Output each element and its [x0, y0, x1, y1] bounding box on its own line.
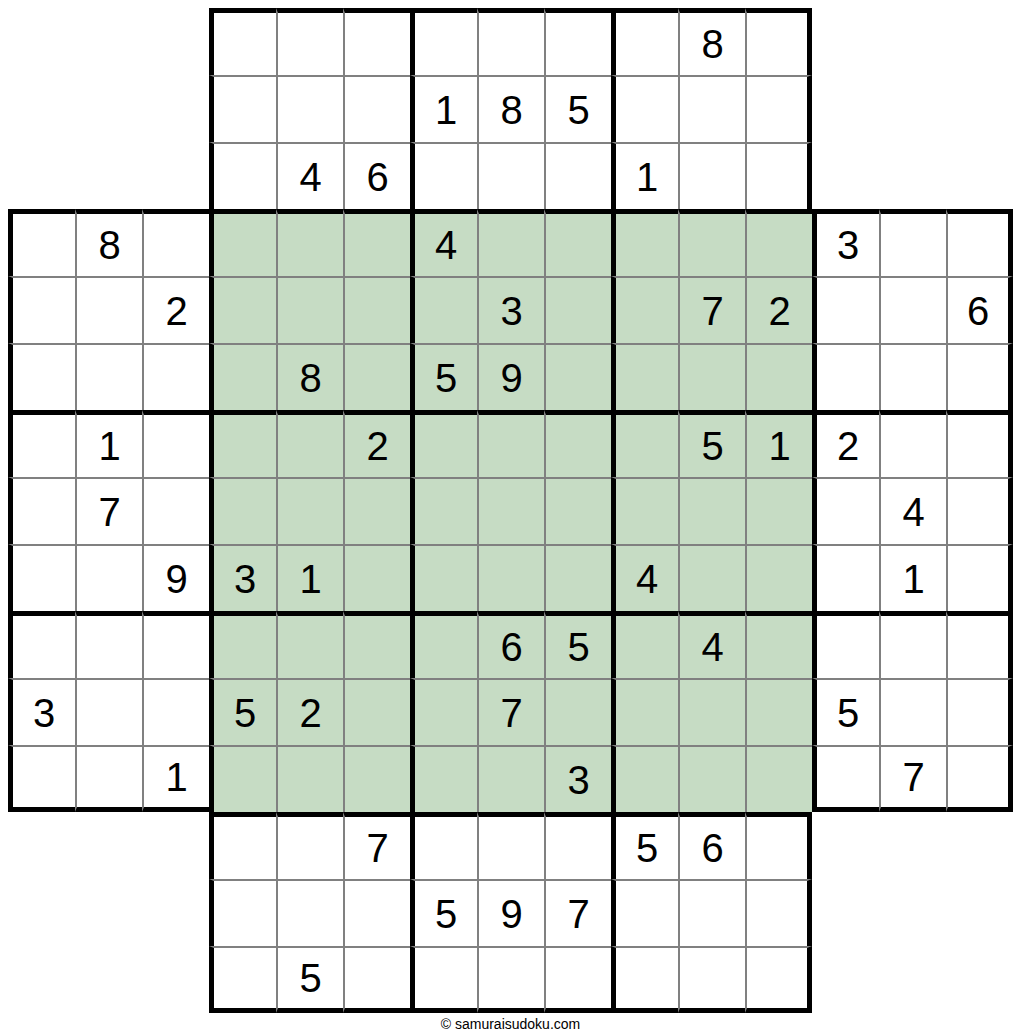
- cell-r10c3[interactable]: [142, 611, 209, 678]
- cell-r10c2[interactable]: [75, 611, 142, 678]
- cell-r14c3: [142, 879, 209, 946]
- cell-r10c7[interactable]: [410, 611, 477, 678]
- cell-r8c15[interactable]: [946, 477, 1013, 544]
- cell-r3c6[interactable]: 6: [343, 142, 410, 209]
- cell-r6c14[interactable]: [879, 343, 946, 410]
- cell-r10c11[interactable]: 4: [678, 611, 745, 678]
- given-digit: 3: [500, 291, 522, 331]
- given-digit: 4: [435, 225, 457, 265]
- cell-r2c11[interactable]: [678, 75, 745, 142]
- cell-r4c11[interactable]: [678, 209, 745, 276]
- given-digit: 1: [902, 559, 924, 599]
- cell-r4c13[interactable]: 3: [812, 209, 879, 276]
- cell-r3c15: [946, 142, 1013, 209]
- given-digit: 8: [500, 90, 522, 130]
- cell-r15c7[interactable]: [410, 946, 477, 1013]
- cell-r1c14: [879, 8, 946, 75]
- cell-r2c8[interactable]: 8: [477, 75, 544, 142]
- cell-r11c11[interactable]: [678, 678, 745, 745]
- cell-r3c4[interactable]: [209, 142, 276, 209]
- given-digit: 5: [435, 358, 457, 398]
- cell-r1c7[interactable]: [410, 8, 477, 75]
- cell-r12c15[interactable]: [946, 745, 1013, 812]
- given-digit: 6: [967, 291, 989, 331]
- cell-r1c5[interactable]: [276, 8, 343, 75]
- given-digit: 4: [299, 157, 321, 197]
- cell-r5c11[interactable]: 7: [678, 276, 745, 343]
- cell-r12c3[interactable]: 1: [142, 745, 209, 812]
- cell-r13c5[interactable]: [276, 812, 343, 879]
- cell-r13c11[interactable]: 6: [678, 812, 745, 879]
- cell-r10c8[interactable]: 6: [477, 611, 544, 678]
- cell-r4c9[interactable]: [544, 209, 611, 276]
- given-digit: 8: [98, 225, 120, 265]
- cell-r10c13[interactable]: [812, 611, 879, 678]
- given-digit: 5: [234, 693, 256, 733]
- cell-r14c8[interactable]: 9: [477, 879, 544, 946]
- given-digit: 2: [366, 426, 388, 466]
- cell-r6c9[interactable]: [544, 343, 611, 410]
- given-digit: 7: [902, 757, 924, 797]
- cell-r7c2[interactable]: 1: [75, 410, 142, 477]
- cell-r2c12[interactable]: [745, 75, 812, 142]
- cell-r2c1: [8, 75, 75, 142]
- cell-r10c4[interactable]: [209, 611, 276, 678]
- cell-r13c8[interactable]: [477, 812, 544, 879]
- cell-r4c12[interactable]: [745, 209, 812, 276]
- cell-r4c3[interactable]: [142, 209, 209, 276]
- given-digit: 5: [567, 90, 589, 130]
- given-digit: 4: [636, 559, 658, 599]
- given-digit: 8: [299, 358, 321, 398]
- cell-r5c2[interactable]: [75, 276, 142, 343]
- cell-r8c6[interactable]: [343, 477, 410, 544]
- cell-r13c6[interactable]: 7: [343, 812, 410, 879]
- given-digit: 9: [500, 358, 522, 398]
- cell-r14c10[interactable]: [611, 879, 678, 946]
- cell-r14c15: [946, 879, 1013, 946]
- cell-r11c3[interactable]: [142, 678, 209, 745]
- cell-r3c12[interactable]: [745, 142, 812, 209]
- cell-r4c6[interactable]: [343, 209, 410, 276]
- cell-r11c12[interactable]: [745, 678, 812, 745]
- cell-r11c14[interactable]: [879, 678, 946, 745]
- cell-r2c3: [142, 75, 209, 142]
- given-digit: 5: [567, 627, 589, 667]
- cell-r1c9[interactable]: [544, 8, 611, 75]
- cell-r12c10[interactable]: [611, 745, 678, 812]
- cell-r9c6[interactable]: [343, 544, 410, 611]
- cell-r1c11[interactable]: 8: [678, 8, 745, 75]
- cell-r9c1[interactable]: [8, 544, 75, 611]
- cell-r3c13: [812, 142, 879, 209]
- cell-r8c1[interactable]: [8, 477, 75, 544]
- given-digit: 1: [165, 757, 187, 797]
- cell-r1c15: [946, 8, 1013, 75]
- cell-r2c9[interactable]: 5: [544, 75, 611, 142]
- cell-r15c4[interactable]: [209, 946, 276, 1013]
- given-digit: 1: [768, 426, 790, 466]
- cell-r4c8[interactable]: [477, 209, 544, 276]
- cell-r8c9[interactable]: [544, 477, 611, 544]
- cell-r14c2: [75, 879, 142, 946]
- cell-r3c2: [75, 142, 142, 209]
- given-digit: 5: [299, 958, 321, 998]
- given-digit: 5: [435, 894, 457, 934]
- cell-r1c4[interactable]: [209, 8, 276, 75]
- given-digit: 2: [165, 291, 187, 331]
- cell-r11c9[interactable]: [544, 678, 611, 745]
- cell-r9c13[interactable]: [812, 544, 879, 611]
- cell-r3c11[interactable]: [678, 142, 745, 209]
- cell-r7c10[interactable]: [611, 410, 678, 477]
- given-digit: 2: [837, 426, 859, 466]
- cell-r11c5[interactable]: 2: [276, 678, 343, 745]
- sudoku-board: 8185461843237268591251274931416543527513…: [8, 8, 1013, 1013]
- given-digit: 2: [299, 693, 321, 733]
- cell-r8c7[interactable]: [410, 477, 477, 544]
- cell-r1c12[interactable]: [745, 8, 812, 75]
- cell-r5c4[interactable]: [209, 276, 276, 343]
- cell-r6c10[interactable]: [611, 343, 678, 410]
- cell-r5c12[interactable]: 2: [745, 276, 812, 343]
- cell-r11c1[interactable]: 3: [8, 678, 75, 745]
- cell-r3c10[interactable]: 1: [611, 142, 678, 209]
- cell-r1c1: [8, 8, 75, 75]
- cell-r15c15: [946, 946, 1013, 1013]
- cell-r9c12[interactable]: [745, 544, 812, 611]
- cell-r13c2: [75, 812, 142, 879]
- cell-r14c1: [8, 879, 75, 946]
- cell-r13c10[interactable]: 5: [611, 812, 678, 879]
- cell-r6c12[interactable]: [745, 343, 812, 410]
- cell-r4c1[interactable]: [8, 209, 75, 276]
- cell-r14c4[interactable]: [209, 879, 276, 946]
- cell-r1c10[interactable]: [611, 8, 678, 75]
- cell-r5c8[interactable]: 3: [477, 276, 544, 343]
- cell-r15c10[interactable]: [611, 946, 678, 1013]
- cell-r7c3[interactable]: [142, 410, 209, 477]
- cell-r6c3[interactable]: [142, 343, 209, 410]
- cell-r2c4[interactable]: [209, 75, 276, 142]
- cell-r11c4[interactable]: 5: [209, 678, 276, 745]
- cell-r10c12[interactable]: [745, 611, 812, 678]
- given-digit: 7: [98, 492, 120, 532]
- cell-r2c14: [879, 75, 946, 142]
- cell-r8c10[interactable]: [611, 477, 678, 544]
- given-digit: 7: [701, 291, 723, 331]
- cell-r4c10[interactable]: [611, 209, 678, 276]
- cell-r9c4[interactable]: 3: [209, 544, 276, 611]
- cell-r6c8[interactable]: 9: [477, 343, 544, 410]
- cell-r15c14: [879, 946, 946, 1013]
- cell-r15c11[interactable]: [678, 946, 745, 1013]
- cell-r9c5[interactable]: 1: [276, 544, 343, 611]
- cell-r13c1: [8, 812, 75, 879]
- cell-r15c2: [75, 946, 142, 1013]
- cell-r13c14: [879, 812, 946, 879]
- cell-r13c7[interactable]: [410, 812, 477, 879]
- given-digit: 1: [299, 559, 321, 599]
- cell-r4c2[interactable]: 8: [75, 209, 142, 276]
- cell-r10c14[interactable]: [879, 611, 946, 678]
- cell-r8c13[interactable]: [812, 477, 879, 544]
- cell-r5c15[interactable]: 6: [946, 276, 1013, 343]
- cell-r12c8[interactable]: [477, 745, 544, 812]
- given-digit: 9: [165, 559, 187, 599]
- cell-r1c13: [812, 8, 879, 75]
- cell-r1c6[interactable]: [343, 8, 410, 75]
- cell-r14c5[interactable]: [276, 879, 343, 946]
- cell-r9c10[interactable]: 4: [611, 544, 678, 611]
- cell-r15c1: [8, 946, 75, 1013]
- cell-r15c9[interactable]: [544, 946, 611, 1013]
- cell-r3c7[interactable]: [410, 142, 477, 209]
- cell-r7c8[interactable]: [477, 410, 544, 477]
- cell-r11c15[interactable]: [946, 678, 1013, 745]
- cell-r12c13[interactable]: [812, 745, 879, 812]
- cell-r2c2: [75, 75, 142, 142]
- cell-r8c8[interactable]: [477, 477, 544, 544]
- cell-r15c12[interactable]: [745, 946, 812, 1013]
- cell-r7c7[interactable]: [410, 410, 477, 477]
- cell-r8c4[interactable]: [209, 477, 276, 544]
- cell-r9c3[interactable]: 9: [142, 544, 209, 611]
- cell-r7c15[interactable]: [946, 410, 1013, 477]
- cell-r7c9[interactable]: [544, 410, 611, 477]
- given-digit: 5: [636, 828, 658, 868]
- cell-r13c13: [812, 812, 879, 879]
- cell-r5c5[interactable]: [276, 276, 343, 343]
- cell-r5c13[interactable]: [812, 276, 879, 343]
- cell-r3c3: [142, 142, 209, 209]
- given-digit: 5: [701, 426, 723, 466]
- cell-r9c7[interactable]: [410, 544, 477, 611]
- cell-r11c2[interactable]: [75, 678, 142, 745]
- cell-r11c13[interactable]: 5: [812, 678, 879, 745]
- cell-r10c1[interactable]: [8, 611, 75, 678]
- cell-r5c7[interactable]: [410, 276, 477, 343]
- cell-r15c5[interactable]: 5: [276, 946, 343, 1013]
- cell-r7c11[interactable]: 5: [678, 410, 745, 477]
- cell-r12c4[interactable]: [209, 745, 276, 812]
- cell-r9c11[interactable]: [678, 544, 745, 611]
- given-digit: 2: [768, 291, 790, 331]
- cell-r2c5[interactable]: [276, 75, 343, 142]
- cell-r6c13[interactable]: [812, 343, 879, 410]
- given-digit: 6: [500, 627, 522, 667]
- cell-r13c12[interactable]: [745, 812, 812, 879]
- cell-r2c13: [812, 75, 879, 142]
- cell-r3c1: [8, 142, 75, 209]
- cell-r4c7[interactable]: 4: [410, 209, 477, 276]
- cell-r10c9[interactable]: 5: [544, 611, 611, 678]
- cell-r1c3: [142, 8, 209, 75]
- cell-r4c4[interactable]: [209, 209, 276, 276]
- cell-r7c14[interactable]: [879, 410, 946, 477]
- cell-r8c14[interactable]: 4: [879, 477, 946, 544]
- given-digit: 8: [701, 24, 723, 64]
- cell-r11c10[interactable]: [611, 678, 678, 745]
- cell-r5c9[interactable]: [544, 276, 611, 343]
- cell-r3c9[interactable]: [544, 142, 611, 209]
- cell-r11c6[interactable]: [343, 678, 410, 745]
- cell-r6c7[interactable]: 5: [410, 343, 477, 410]
- cell-r14c12[interactable]: [745, 879, 812, 946]
- cell-r12c12[interactable]: [745, 745, 812, 812]
- given-digit: 3: [234, 559, 256, 599]
- cell-r2c10[interactable]: [611, 75, 678, 142]
- cell-r7c4[interactable]: [209, 410, 276, 477]
- cell-r2c15: [946, 75, 1013, 142]
- cell-r9c8[interactable]: [477, 544, 544, 611]
- cell-r13c4[interactable]: [209, 812, 276, 879]
- cell-r5c1[interactable]: [8, 276, 75, 343]
- page: 8185461843237268591251274931416543527513…: [0, 0, 1025, 1035]
- cell-r12c6[interactable]: [343, 745, 410, 812]
- cell-r8c11[interactable]: [678, 477, 745, 544]
- cell-r8c12[interactable]: [745, 477, 812, 544]
- given-digit: 3: [567, 760, 589, 800]
- cell-r7c1[interactable]: [8, 410, 75, 477]
- given-digit: 7: [500, 693, 522, 733]
- cell-r1c8[interactable]: [477, 8, 544, 75]
- cell-r6c4[interactable]: [209, 343, 276, 410]
- cell-r14c7[interactable]: 5: [410, 879, 477, 946]
- cell-r5c3[interactable]: 2: [142, 276, 209, 343]
- given-digit: 5: [837, 693, 859, 733]
- cell-r7c12[interactable]: 1: [745, 410, 812, 477]
- given-digit: 6: [366, 157, 388, 197]
- cell-r13c3: [142, 812, 209, 879]
- cell-r4c5[interactable]: [276, 209, 343, 276]
- cell-r12c7[interactable]: [410, 745, 477, 812]
- cell-r3c5[interactable]: 4: [276, 142, 343, 209]
- given-digit: 7: [567, 894, 589, 934]
- cell-r8c3[interactable]: [142, 477, 209, 544]
- given-digit: 1: [636, 157, 658, 197]
- cell-r12c11[interactable]: [678, 745, 745, 812]
- cell-r14c14: [879, 879, 946, 946]
- cell-r10c10[interactable]: [611, 611, 678, 678]
- cell-r14c11[interactable]: [678, 879, 745, 946]
- cell-r2c6[interactable]: [343, 75, 410, 142]
- cell-r10c15[interactable]: [946, 611, 1013, 678]
- cell-r15c13: [812, 946, 879, 1013]
- cell-r9c2[interactable]: [75, 544, 142, 611]
- cell-r8c5[interactable]: [276, 477, 343, 544]
- cell-r12c2[interactable]: [75, 745, 142, 812]
- given-digit: 9: [500, 894, 522, 934]
- cell-r4c14[interactable]: [879, 209, 946, 276]
- cell-r2c7[interactable]: 1: [410, 75, 477, 142]
- cell-r12c14[interactable]: 7: [879, 745, 946, 812]
- cell-r12c5[interactable]: [276, 745, 343, 812]
- cell-r6c5[interactable]: 8: [276, 343, 343, 410]
- cell-r5c14[interactable]: [879, 276, 946, 343]
- cell-r1c2: [75, 8, 142, 75]
- cell-r12c9[interactable]: 3: [544, 745, 611, 812]
- given-digit: 6: [701, 828, 723, 868]
- cell-r3c14: [879, 142, 946, 209]
- given-digit: 7: [366, 828, 388, 868]
- cell-r11c8[interactable]: 7: [477, 678, 544, 745]
- cell-r7c13[interactable]: 2: [812, 410, 879, 477]
- cell-r15c6[interactable]: [343, 946, 410, 1013]
- cell-r6c1[interactable]: [8, 343, 75, 410]
- cell-r14c9[interactable]: 7: [544, 879, 611, 946]
- cell-r6c15[interactable]: [946, 343, 1013, 410]
- cell-r5c6[interactable]: [343, 276, 410, 343]
- cell-r13c9[interactable]: [544, 812, 611, 879]
- cell-r5c10[interactable]: [611, 276, 678, 343]
- cell-r7c6[interactable]: 2: [343, 410, 410, 477]
- cell-r9c9[interactable]: [544, 544, 611, 611]
- cell-r11c7[interactable]: [410, 678, 477, 745]
- cell-r6c11[interactable]: [678, 343, 745, 410]
- given-digit: 4: [701, 627, 723, 667]
- cell-r14c13: [812, 879, 879, 946]
- cell-r14c6[interactable]: [343, 879, 410, 946]
- cell-r6c2[interactable]: [75, 343, 142, 410]
- cell-r9c14[interactable]: 1: [879, 544, 946, 611]
- given-digit: 4: [902, 492, 924, 532]
- cell-r15c8[interactable]: [477, 946, 544, 1013]
- copyright-caption: © samuraisudoku.com: [8, 1013, 1013, 1032]
- given-digit: 1: [98, 426, 120, 466]
- given-digit: 3: [837, 225, 859, 265]
- cell-r15c3: [142, 946, 209, 1013]
- cell-r12c1[interactable]: [8, 745, 75, 812]
- cell-r3c8[interactable]: [477, 142, 544, 209]
- cell-r4c15[interactable]: [946, 209, 1013, 276]
- cell-r10c6[interactable]: [343, 611, 410, 678]
- cell-r13c15: [946, 812, 1013, 879]
- cell-r8c2[interactable]: 7: [75, 477, 142, 544]
- cell-r7c5[interactable]: [276, 410, 343, 477]
- given-digit: 3: [33, 693, 55, 733]
- given-digit: 1: [435, 90, 457, 130]
- cell-r10c5[interactable]: [276, 611, 343, 678]
- cell-r6c6[interactable]: [343, 343, 410, 410]
- cell-r9c15[interactable]: [946, 544, 1013, 611]
